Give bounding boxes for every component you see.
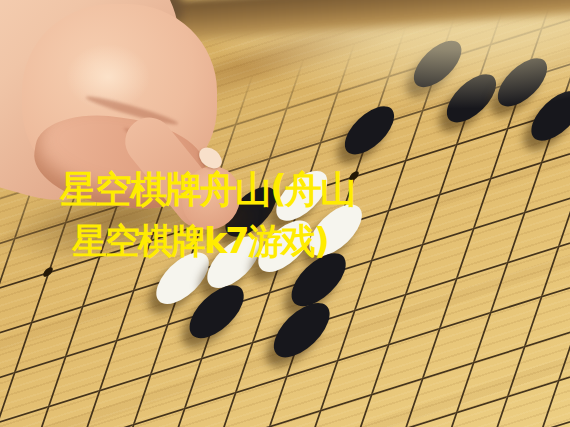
caption-line-1: 星空棋牌舟山(舟山 (60, 165, 355, 215)
go-board-photo-scene: ●●●●●●●●●●●●●● 星空棋牌舟山(舟山 星空棋牌k7游戏) (0, 0, 570, 427)
caption-line-2: 星空棋牌k7游戏) (72, 218, 328, 265)
